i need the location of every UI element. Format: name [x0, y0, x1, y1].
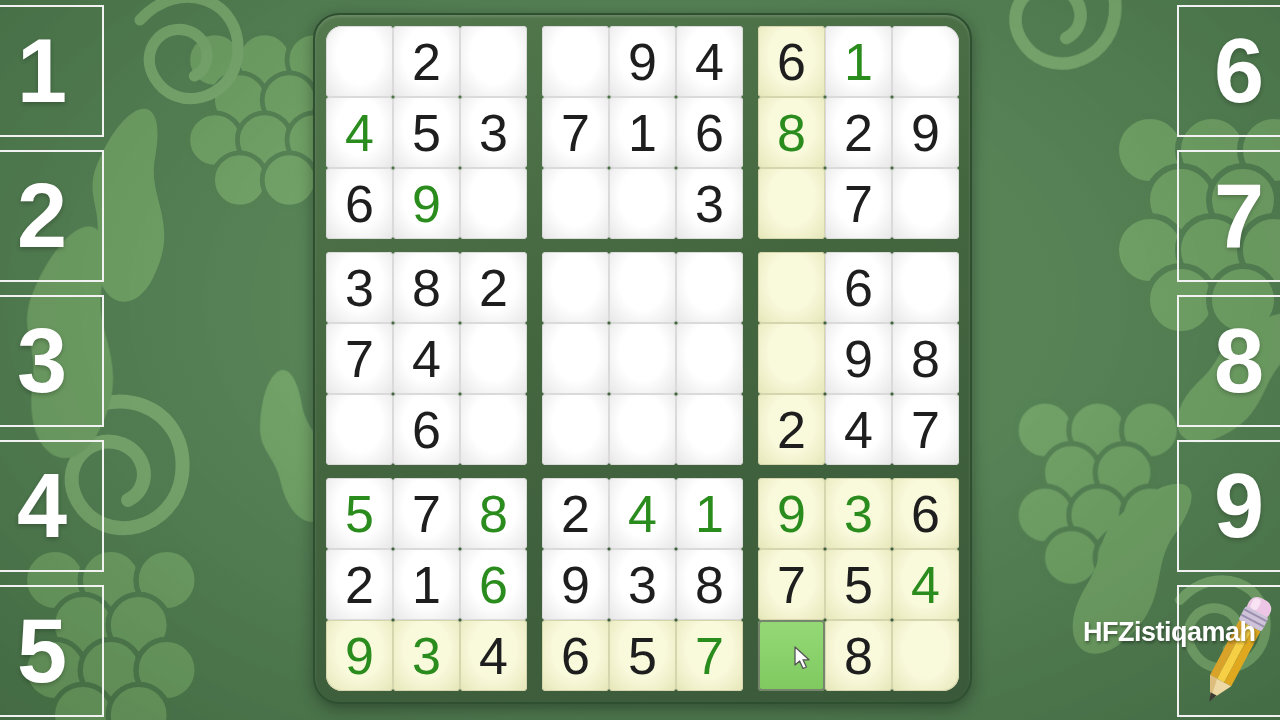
cell-r8c2[interactable]: 1	[393, 549, 460, 620]
cell-r4c2[interactable]: 8	[393, 252, 460, 323]
cell-r9c8[interactable]: 8	[825, 620, 892, 691]
pencil-icon	[1188, 583, 1280, 713]
cell-r2c5[interactable]: 1	[609, 97, 676, 168]
cell-r2c2[interactable]: 5	[393, 97, 460, 168]
cell-r7c6[interactable]: 1	[676, 478, 743, 549]
number-button-4[interactable]: 4	[0, 440, 104, 572]
cell-r1c5[interactable]: 9	[609, 26, 676, 97]
cell-r8c1[interactable]: 2	[326, 549, 393, 620]
cell-r1c4[interactable]	[542, 26, 609, 97]
cell-r1c1[interactable]	[326, 26, 393, 97]
cell-r2c8[interactable]: 2	[825, 97, 892, 168]
mouse-cursor	[793, 646, 817, 672]
cell-r3c3[interactable]	[460, 168, 527, 239]
cell-r5c1[interactable]: 7	[326, 323, 393, 394]
cell-r8c9[interactable]: 4	[892, 549, 959, 620]
cell-r5c6[interactable]	[676, 323, 743, 394]
cell-r5c3[interactable]	[460, 323, 527, 394]
button-label: 1	[17, 20, 67, 123]
cell-r6c1[interactable]	[326, 394, 393, 465]
button-label: 8	[1214, 310, 1264, 413]
cell-r9c2[interactable]: 3	[393, 620, 460, 691]
cell-r9c3[interactable]: 4	[460, 620, 527, 691]
cell-r7c5[interactable]: 4	[609, 478, 676, 549]
button-label: 7	[1214, 165, 1264, 268]
cell-r6c4[interactable]	[542, 394, 609, 465]
watermark-text: HFZistiqamah	[1083, 617, 1256, 648]
cell-r4c7[interactable]	[758, 252, 825, 323]
sudoku-game-screen: 1 2 3 4 5 6 7 8 9 2946145371682969373826…	[0, 0, 1280, 720]
cell-r4c6[interactable]	[676, 252, 743, 323]
cell-r4c8[interactable]: 6	[825, 252, 892, 323]
button-label: 9	[1214, 455, 1264, 558]
cell-r5c4[interactable]	[542, 323, 609, 394]
cell-r1c6[interactable]: 4	[676, 26, 743, 97]
cell-r8c4[interactable]: 9	[542, 549, 609, 620]
button-label: 5	[17, 600, 67, 703]
cell-r9c6[interactable]: 7	[676, 620, 743, 691]
cell-r4c9[interactable]	[892, 252, 959, 323]
number-button-5[interactable]: 5	[0, 585, 104, 717]
cell-r3c7[interactable]	[758, 168, 825, 239]
number-button-2[interactable]: 2	[0, 150, 104, 282]
number-button-1[interactable]: 1	[0, 5, 104, 137]
cell-r9c9[interactable]	[892, 620, 959, 691]
cell-r5c5[interactable]	[609, 323, 676, 394]
cell-r3c9[interactable]	[892, 168, 959, 239]
cell-r8c5[interactable]: 3	[609, 549, 676, 620]
cell-r4c5[interactable]	[609, 252, 676, 323]
cell-r9c4[interactable]: 6	[542, 620, 609, 691]
cell-r7c4[interactable]: 2	[542, 478, 609, 549]
cell-r7c9[interactable]: 6	[892, 478, 959, 549]
button-label: 4	[17, 455, 67, 558]
cell-r5c9[interactable]: 8	[892, 323, 959, 394]
cell-r7c8[interactable]: 3	[825, 478, 892, 549]
cell-r3c6[interactable]: 3	[676, 168, 743, 239]
cell-r6c2[interactable]: 6	[393, 394, 460, 465]
number-button-7[interactable]: 7	[1177, 150, 1280, 282]
cell-r7c2[interactable]: 7	[393, 478, 460, 549]
number-button-8[interactable]: 8	[1177, 295, 1280, 427]
cell-r1c7[interactable]: 6	[758, 26, 825, 97]
button-label: 2	[17, 165, 67, 268]
cell-r3c2[interactable]: 9	[393, 168, 460, 239]
cell-r4c4[interactable]	[542, 252, 609, 323]
cell-r2c4[interactable]: 7	[542, 97, 609, 168]
cell-r1c2[interactable]: 2	[393, 26, 460, 97]
cell-r6c6[interactable]	[676, 394, 743, 465]
number-button-6[interactable]: 6	[1177, 5, 1280, 137]
cell-r4c1[interactable]: 3	[326, 252, 393, 323]
cell-r1c9[interactable]	[892, 26, 959, 97]
cell-r3c5[interactable]	[609, 168, 676, 239]
cell-r7c1[interactable]: 5	[326, 478, 393, 549]
cell-r5c8[interactable]: 9	[825, 323, 892, 394]
cell-r6c9[interactable]: 7	[892, 394, 959, 465]
cell-r9c5[interactable]: 5	[609, 620, 676, 691]
cell-r3c1[interactable]: 6	[326, 168, 393, 239]
cell-r6c8[interactable]: 4	[825, 394, 892, 465]
cell-r2c6[interactable]: 6	[676, 97, 743, 168]
cell-r8c8[interactable]: 5	[825, 549, 892, 620]
cell-r9c1[interactable]: 9	[326, 620, 393, 691]
cell-r7c3[interactable]: 8	[460, 478, 527, 549]
cell-r3c4[interactable]	[542, 168, 609, 239]
number-button-3[interactable]: 3	[0, 295, 104, 427]
cell-r7c7[interactable]: 9	[758, 478, 825, 549]
button-label: 6	[1214, 20, 1264, 123]
cell-r6c7[interactable]: 2	[758, 394, 825, 465]
cell-r1c8[interactable]: 1	[825, 26, 892, 97]
cell-r5c2[interactable]: 4	[393, 323, 460, 394]
cell-r4c3[interactable]: 2	[460, 252, 527, 323]
cell-r8c6[interactable]: 8	[676, 549, 743, 620]
cell-r8c3[interactable]: 6	[460, 549, 527, 620]
sudoku-board: 2946145371682969373826749862475782419362…	[313, 13, 972, 704]
cell-r6c5[interactable]	[609, 394, 676, 465]
cell-r2c1[interactable]: 4	[326, 97, 393, 168]
cell-r1c3[interactable]	[460, 26, 527, 97]
cell-r2c7[interactable]: 8	[758, 97, 825, 168]
cell-r3c8[interactable]: 7	[825, 168, 892, 239]
cell-r6c3[interactable]	[460, 394, 527, 465]
number-button-9[interactable]: 9	[1177, 440, 1280, 572]
cell-r2c3[interactable]: 3	[460, 97, 527, 168]
cell-r8c7[interactable]: 7	[758, 549, 825, 620]
cell-r2c9[interactable]: 9	[892, 97, 959, 168]
button-label: 3	[17, 310, 67, 413]
cell-r5c7[interactable]	[758, 323, 825, 394]
